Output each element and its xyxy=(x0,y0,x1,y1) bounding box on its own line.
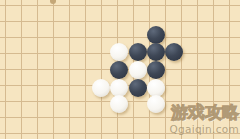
stone-black xyxy=(110,61,128,79)
stone-white xyxy=(92,79,110,97)
stone-white xyxy=(110,43,128,61)
stone-white xyxy=(147,95,165,113)
watermark-site: Qgaiqin.com xyxy=(169,123,239,135)
stone-black xyxy=(165,43,183,61)
stone-white xyxy=(110,95,128,113)
stone-black xyxy=(129,43,147,61)
watermark-title: 游戏攻略 xyxy=(169,103,239,122)
stone-white xyxy=(129,61,147,79)
stone-black xyxy=(147,26,165,44)
stone-white xyxy=(147,79,165,97)
stone-white xyxy=(110,79,128,97)
stone-black xyxy=(147,43,165,61)
stone-black xyxy=(129,79,147,97)
stone-black xyxy=(147,61,165,79)
grid-notch xyxy=(50,0,56,4)
watermark: 游戏攻略 Qgaiqin.com xyxy=(169,103,239,135)
gomoku-board[interactable]: 游戏攻略 Qgaiqin.com xyxy=(0,0,240,139)
